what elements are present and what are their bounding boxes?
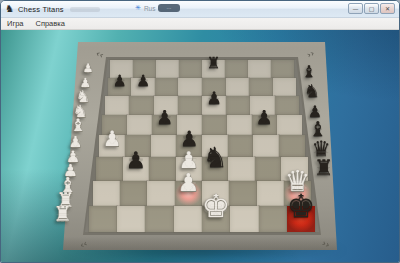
square-c1[interactable] xyxy=(145,206,173,233)
square-f7[interactable] xyxy=(226,78,250,96)
app-icon: ♞ xyxy=(5,4,14,14)
square-a6[interactable] xyxy=(105,96,129,115)
piece-white-king-e1[interactable]: ♚ xyxy=(202,191,231,223)
square-h7[interactable] xyxy=(273,78,297,96)
square-g8[interactable] xyxy=(248,60,271,78)
titlebar-watermark xyxy=(70,7,100,12)
square-c3[interactable] xyxy=(149,157,175,181)
square-f6[interactable] xyxy=(226,96,250,115)
piece-black-rook-e8[interactable]: ♜ xyxy=(206,55,220,71)
titlebar[interactable]: ♞ Chess Titans ✳ Rus ⋯ — ▢ ✕ xyxy=(1,1,399,18)
square-h4[interactable] xyxy=(279,135,305,157)
close-button[interactable]: ✕ xyxy=(380,3,395,14)
piece-black-pawn-b3[interactable]: ♟ xyxy=(126,149,147,172)
piece-white-pawn-a4[interactable]: ♟ xyxy=(103,128,122,149)
piece-black-pawn-e6[interactable]: ♟ xyxy=(206,90,222,107)
piece-black-pawn-d4[interactable]: ♟ xyxy=(180,128,199,149)
square-c7[interactable] xyxy=(155,78,179,96)
minimize-button[interactable]: — xyxy=(348,3,363,14)
captured-white-rook[interactable]: ♜ xyxy=(54,204,73,225)
square-f4[interactable] xyxy=(228,135,254,157)
square-b1[interactable] xyxy=(117,206,145,233)
captured-black-bishop[interactable]: ♝ xyxy=(302,64,317,81)
menu-game[interactable]: Игра xyxy=(7,19,23,28)
square-b2[interactable] xyxy=(120,181,147,206)
square-g3[interactable] xyxy=(255,157,281,181)
square-c8[interactable] xyxy=(156,60,179,78)
titlebar-overlay: ✳ Rus ⋯ xyxy=(135,4,180,12)
game-area: ♜♟♟♟♟♟♟♟♞♚♟♟♟♛♚♟♟♞♞♝♟♟♟♝♜♜♝♞♟♝♛♜›››››››› xyxy=(1,30,399,262)
piece-black-pawn-b7[interactable]: ♟ xyxy=(136,73,150,89)
square-h6[interactable] xyxy=(275,96,299,115)
square-h5[interactable] xyxy=(277,115,302,136)
square-b5[interactable] xyxy=(127,115,152,136)
square-g7[interactable] xyxy=(249,78,273,96)
board-scene: ♜♟♟♟♟♟♟♟♞♚♟♟♟♛♚♟♟♞♞♝♟♟♟♝♜♜♝♞♟♝♛♜›››››››› xyxy=(1,30,399,262)
maximize-button[interactable]: ▢ xyxy=(364,3,379,14)
square-f1[interactable] xyxy=(230,206,258,233)
square-f8[interactable] xyxy=(225,60,248,78)
square-e5[interactable] xyxy=(202,115,227,136)
square-d7[interactable] xyxy=(178,78,202,96)
language-indicator-icon: ✳ xyxy=(135,5,141,12)
piece-black-pawn-g5[interactable]: ♟ xyxy=(256,108,273,127)
square-c4[interactable] xyxy=(151,135,177,157)
piece-black-pawn-c5[interactable]: ♟ xyxy=(156,108,173,127)
square-a3[interactable] xyxy=(96,157,122,181)
square-g4[interactable] xyxy=(253,135,279,157)
square-g1[interactable] xyxy=(259,206,287,233)
square-f2[interactable] xyxy=(229,181,256,206)
square-d8[interactable] xyxy=(179,60,202,78)
menubar: Игра Справка xyxy=(1,18,399,30)
captured-white-pawn[interactable]: ♟ xyxy=(83,63,94,75)
square-b6[interactable] xyxy=(129,96,153,115)
square-f3[interactable] xyxy=(228,157,254,181)
overlay-badge: ⋯ xyxy=(158,4,180,12)
captured-black-rook[interactable]: ♜ xyxy=(314,157,334,179)
window-controls: — ▢ ✕ xyxy=(348,3,395,14)
square-f5[interactable] xyxy=(227,115,252,136)
chess-titans-window: ♞ Chess Titans ✳ Rus ⋯ — ▢ ✕ Игра Справк… xyxy=(0,0,400,263)
menu-help[interactable]: Справка xyxy=(35,19,64,28)
piece-black-king-h1[interactable]: ♚ xyxy=(287,191,316,223)
piece-black-knight-e3[interactable]: ♞ xyxy=(203,144,228,172)
captured-black-knight[interactable]: ♞ xyxy=(304,82,320,100)
square-g2[interactable] xyxy=(257,181,284,206)
window-title: Chess Titans xyxy=(18,5,64,14)
square-d6[interactable] xyxy=(178,96,202,115)
square-a1[interactable] xyxy=(89,206,117,233)
square-d1[interactable] xyxy=(174,206,202,233)
square-h8[interactable] xyxy=(271,60,294,78)
piece-white-pawn-d2[interactable]: ♟ xyxy=(177,171,199,196)
square-a2[interactable] xyxy=(93,181,120,206)
language-label: Rus xyxy=(144,5,156,12)
square-c2[interactable] xyxy=(147,181,174,206)
piece-black-pawn-a7[interactable]: ♟ xyxy=(113,73,127,89)
